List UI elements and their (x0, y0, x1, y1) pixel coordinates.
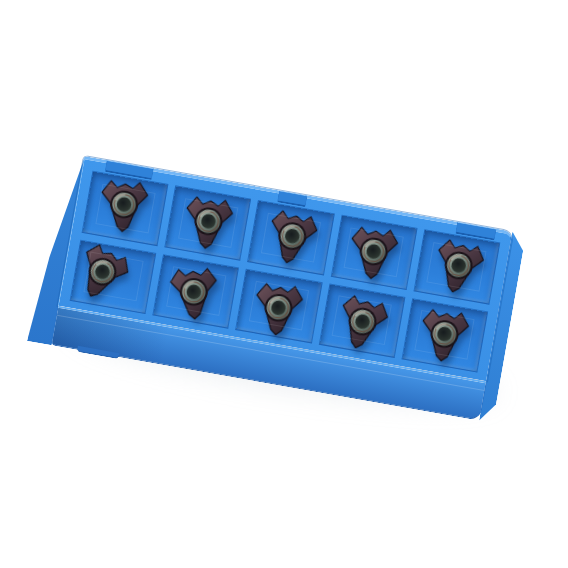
compartment-r2c5 (401, 298, 488, 373)
carbide-insert (244, 276, 312, 342)
carbide-insert (61, 232, 143, 313)
carbide-insert (325, 286, 400, 360)
carbide-insert (174, 189, 243, 256)
compartment-r2c2 (153, 254, 240, 329)
compartment-r2c3 (235, 268, 322, 343)
compartment-r2c4 (318, 283, 405, 358)
carbide-insert (91, 174, 157, 238)
carbide-insert (422, 231, 496, 303)
carbide-insert (255, 202, 328, 274)
product-photo (0, 0, 568, 568)
compartment-r1c5 (413, 229, 500, 304)
box-foot-tab (77, 346, 119, 359)
compartment-r1c3 (248, 200, 335, 275)
compartment-r1c1 (82, 171, 169, 246)
carbide-insert (340, 220, 408, 286)
compartment-r2c1 (70, 239, 157, 314)
carbide-insert (410, 302, 479, 369)
insert-storage-box (51, 156, 514, 421)
carbide-insert (162, 262, 226, 324)
compartment-r1c2 (165, 185, 252, 260)
compartment-r1c4 (330, 215, 417, 290)
